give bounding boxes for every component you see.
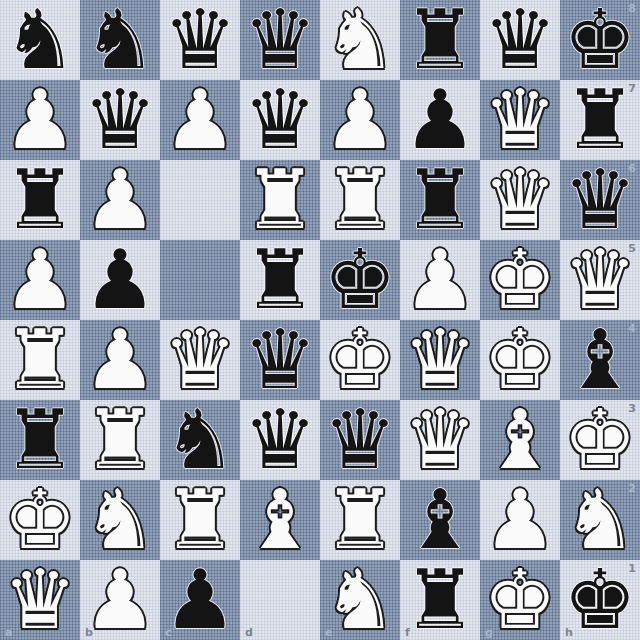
square-h4[interactable]: ♝4 [560,320,640,400]
piece-white-rook[interactable]: ♜ [320,160,400,240]
square-h3[interactable]: ♚3 [560,400,640,480]
square-b6[interactable]: ♟ [80,160,160,240]
square-e6[interactable]: ♜ [320,160,400,240]
square-c1[interactable]: ♟c [160,560,240,640]
piece-black-rook[interactable]: ♜ [240,240,320,320]
piece-black-queen[interactable]: ♛ [240,0,320,80]
square-b8[interactable]: ♞ [80,0,160,80]
square-b5[interactable]: ♟ [80,240,160,320]
piece-white-knight[interactable]: ♞ [80,480,160,560]
square-f2[interactable]: ♝ [400,480,480,560]
piece-black-queen[interactable]: ♛ [80,80,160,160]
square-d5[interactable]: ♜ [240,240,320,320]
square-a1[interactable]: ♛a [0,560,80,640]
piece-black-king[interactable]: ♚ [320,240,400,320]
square-h8[interactable]: ♚8 [560,0,640,80]
square-h6[interactable]: ♛6 [560,160,640,240]
square-c8[interactable]: ♛ [160,0,240,80]
square-h2[interactable]: ♞2 [560,480,640,560]
square-g7[interactable]: ♛ [480,80,560,160]
piece-white-queen[interactable]: ♛ [480,160,560,240]
piece-white-pawn[interactable]: ♟ [80,160,160,240]
square-c3[interactable]: ♞ [160,400,240,480]
square-d7[interactable]: ♛ [240,80,320,160]
square-g1[interactable]: ♚g [480,560,560,640]
square-b1[interactable]: ♟b [80,560,160,640]
square-a5[interactable]: ♟ [0,240,80,320]
square-d4[interactable]: ♛ [240,320,320,400]
piece-white-rook[interactable]: ♜ [80,400,160,480]
piece-black-rook[interactable]: ♜ [0,160,80,240]
file-label-d: d [245,626,253,639]
piece-white-rook[interactable]: ♜ [320,480,400,560]
rank-label-5: 5 [628,242,636,255]
square-a6[interactable]: ♜ [0,160,80,240]
rank-label-7: 7 [628,82,636,95]
file-label-e: e [325,626,332,639]
square-e3[interactable]: ♛ [320,400,400,480]
rank-label-6: 6 [628,162,636,175]
square-g3[interactable]: ♝ [480,400,560,480]
file-label-a: a [5,626,12,639]
piece-black-queen[interactable]: ♛ [240,320,320,400]
piece-black-rook[interactable]: ♜ [400,0,480,80]
rank-label-4: 4 [628,322,636,335]
piece-white-rook[interactable]: ♜ [0,320,80,400]
square-e8[interactable]: ♞ [320,0,400,80]
piece-white-pawn[interactable]: ♟ [0,240,80,320]
square-f4[interactable]: ♛ [400,320,480,400]
piece-white-pawn[interactable]: ♟ [320,80,400,160]
square-e4[interactable]: ♚ [320,320,400,400]
square-g5[interactable]: ♚ [480,240,560,320]
piece-white-rook[interactable]: ♜ [160,480,240,560]
file-label-b: b [85,626,93,639]
square-a2[interactable]: ♚ [0,480,80,560]
piece-white-queen[interactable]: ♛ [160,320,240,400]
square-h5[interactable]: ♛5 [560,240,640,320]
piece-black-rook[interactable]: ♜ [0,400,80,480]
square-b2[interactable]: ♞ [80,480,160,560]
piece-white-bishop[interactable]: ♝ [240,480,320,560]
file-label-g: g [485,626,493,639]
square-c4[interactable]: ♛ [160,320,240,400]
square-c2[interactable]: ♜ [160,480,240,560]
square-f6[interactable]: ♜ [400,160,480,240]
piece-black-pawn[interactable]: ♟ [400,80,480,160]
square-d2[interactable]: ♝ [240,480,320,560]
piece-white-pawn[interactable]: ♟ [0,80,80,160]
square-a3[interactable]: ♜ [0,400,80,480]
square-e7[interactable]: ♟ [320,80,400,160]
square-f5[interactable]: ♟ [400,240,480,320]
square-e2[interactable]: ♜ [320,480,400,560]
piece-black-bishop[interactable]: ♝ [400,480,480,560]
file-label-f: f [405,626,410,639]
square-d6[interactable]: ♜ [240,160,320,240]
piece-white-king[interactable]: ♚ [0,480,80,560]
piece-black-queen[interactable]: ♛ [240,80,320,160]
square-b7[interactable]: ♛ [80,80,160,160]
piece-black-queen[interactable]: ♛ [160,0,240,80]
piece-white-knight[interactable]: ♞ [320,0,400,80]
piece-white-pawn[interactable]: ♟ [480,480,560,560]
square-e1[interactable]: ♞e [320,560,400,640]
square-b4[interactable]: ♟ [80,320,160,400]
rank-label-8: 8 [628,2,636,15]
piece-white-queen[interactable]: ♛ [400,320,480,400]
square-f1[interactable]: ♜f [400,560,480,640]
square-a8[interactable]: ♞ [0,0,80,80]
board-area: ♞♞♛♛♞♜♛♚8♟♛♟♛♟♟♛♜7♜♟♜♜♜♛♛6♟♟♜♚♟♚♛5♜♟♛♛♚♛… [0,0,640,640]
piece-white-king[interactable]: ♚ [480,320,560,400]
square-h7[interactable]: ♜7 [560,80,640,160]
rank-label-3: 3 [628,402,636,415]
file-label-h: h [565,626,573,639]
piece-black-queen[interactable]: ♛ [240,400,320,480]
square-d1[interactable]: d [240,560,320,640]
square-h1[interactable]: ♚1h [560,560,640,640]
piece-white-king[interactable]: ♚ [480,240,560,320]
square-g6[interactable]: ♛ [480,160,560,240]
piece-white-pawn[interactable]: ♟ [400,240,480,320]
piece-black-queen[interactable]: ♛ [320,400,400,480]
chess-board: ♞♞♛♛♞♜♛♚8♟♛♟♛♟♟♛♜7♜♟♜♜♜♛♛6♟♟♜♚♟♚♛5♜♟♛♛♚♛… [0,0,640,640]
piece-black-knight[interactable]: ♞ [80,0,160,80]
square-a4[interactable]: ♜ [0,320,80,400]
square-b3[interactable]: ♜ [80,400,160,480]
piece-white-king[interactable]: ♚ [320,320,400,400]
piece-black-knight[interactable]: ♞ [0,0,80,80]
piece-white-rook[interactable]: ♜ [240,160,320,240]
piece-white-bishop[interactable]: ♝ [480,400,560,480]
square-f3[interactable]: ♛ [400,400,480,480]
piece-white-queen[interactable]: ♛ [400,400,480,480]
piece-black-knight[interactable]: ♞ [160,400,240,480]
square-d8[interactable]: ♛ [240,0,320,80]
file-label-c: c [165,626,172,639]
piece-white-queen[interactable]: ♛ [480,80,560,160]
rank-label-1: 1 [628,562,636,575]
square-e5[interactable]: ♚ [320,240,400,320]
piece-black-pawn[interactable]: ♟ [160,560,240,640]
square-g8[interactable]: ♛ [480,0,560,80]
square-c7[interactable]: ♟ [160,80,240,160]
piece-black-pawn[interactable]: ♟ [80,240,160,320]
square-f7[interactable]: ♟ [400,80,480,160]
piece-black-rook[interactable]: ♜ [400,160,480,240]
square-c6[interactable] [160,160,240,240]
square-f8[interactable]: ♜ [400,0,480,80]
piece-black-queen[interactable]: ♛ [480,0,560,80]
square-g2[interactable]: ♟ [480,480,560,560]
square-c5[interactable] [160,240,240,320]
square-a7[interactable]: ♟ [0,80,80,160]
rank-label-2: 2 [628,482,636,495]
piece-white-pawn[interactable]: ♟ [80,320,160,400]
square-d3[interactable]: ♛ [240,400,320,480]
piece-black-rook[interactable]: ♜ [400,560,480,640]
square-g4[interactable]: ♚ [480,320,560,400]
piece-white-pawn[interactable]: ♟ [160,80,240,160]
